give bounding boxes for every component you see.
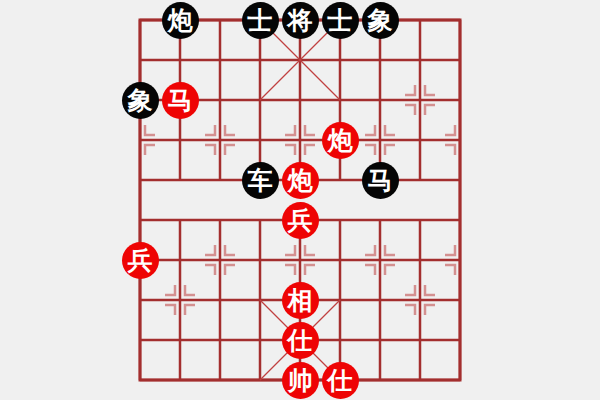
board-point-5-6[interactable] — [320, 240, 360, 280]
board-point-1-5[interactable] — [160, 200, 200, 240]
board-point-2-7[interactable] — [200, 280, 240, 320]
board-point-0-4[interactable] — [120, 160, 160, 200]
piece-black-cannon[interactable]: 炮 — [162, 2, 199, 39]
piece-black-general[interactable]: 将 — [282, 2, 319, 39]
board-point-6-3[interactable] — [360, 120, 400, 160]
board-point-4-9[interactable]: 帅 — [280, 360, 320, 400]
board-point-2-4[interactable] — [200, 160, 240, 200]
board-point-0-6[interactable]: 兵 — [120, 240, 160, 280]
board-point-4-8[interactable]: 仕 — [280, 320, 320, 360]
board-point-5-7[interactable] — [320, 280, 360, 320]
piece-red-advisor[interactable]: 仕 — [282, 322, 319, 359]
board-point-7-5[interactable] — [400, 200, 440, 240]
board-point-6-8[interactable] — [360, 320, 400, 360]
piece-black-horse[interactable]: 马 — [362, 162, 399, 199]
piece-red-elephant[interactable]: 相 — [282, 282, 319, 319]
board-point-7-4[interactable] — [400, 160, 440, 200]
board-point-2-3[interactable] — [200, 120, 240, 160]
piece-black-advisor[interactable]: 士 — [242, 2, 279, 39]
board-point-1-7[interactable] — [160, 280, 200, 320]
board-point-0-3[interactable] — [120, 120, 160, 160]
board-point-8-8[interactable] — [440, 320, 480, 360]
board-point-4-0[interactable]: 将 — [280, 0, 320, 40]
board-point-4-2[interactable] — [280, 80, 320, 120]
board-point-8-3[interactable] — [440, 120, 480, 160]
board-point-4-1[interactable] — [280, 40, 320, 80]
board-point-8-4[interactable] — [440, 160, 480, 200]
board-point-7-8[interactable] — [400, 320, 440, 360]
board-point-3-0[interactable]: 士 — [240, 0, 280, 40]
board-point-6-4[interactable]: 马 — [360, 160, 400, 200]
board-point-3-2[interactable] — [240, 80, 280, 120]
board-point-5-0[interactable]: 士 — [320, 0, 360, 40]
piece-black-chariot[interactable]: 车 — [242, 162, 279, 199]
piece-red-horse[interactable]: 马 — [162, 82, 199, 119]
board-point-7-7[interactable] — [400, 280, 440, 320]
piece-black-elephant[interactable]: 象 — [122, 82, 159, 119]
board-point-3-3[interactable] — [240, 120, 280, 160]
piece-red-general[interactable]: 帅 — [282, 362, 319, 399]
board-point-3-9[interactable] — [240, 360, 280, 400]
piece-black-advisor[interactable]: 士 — [322, 2, 359, 39]
board-point-8-9[interactable] — [440, 360, 480, 400]
board-point-0-9[interactable] — [120, 360, 160, 400]
piece-black-elephant[interactable]: 象 — [362, 2, 399, 39]
piece-red-cannon[interactable]: 炮 — [282, 162, 319, 199]
board-point-2-2[interactable] — [200, 80, 240, 120]
board-point-4-3[interactable] — [280, 120, 320, 160]
board-point-0-1[interactable] — [120, 40, 160, 80]
piece-red-cannon[interactable]: 炮 — [322, 122, 359, 159]
board-point-5-2[interactable] — [320, 80, 360, 120]
board-point-1-3[interactable] — [160, 120, 200, 160]
board-point-1-2[interactable]: 马 — [160, 80, 200, 120]
board-point-7-2[interactable] — [400, 80, 440, 120]
board-point-5-5[interactable] — [320, 200, 360, 240]
board-intersections: 炮士将士象象马炮车炮马兵兵相仕帅仕 — [120, 0, 480, 400]
piece-red-soldier[interactable]: 兵 — [282, 202, 319, 239]
board-point-7-1[interactable] — [400, 40, 440, 80]
board-point-1-0[interactable]: 炮 — [160, 0, 200, 40]
board-point-2-9[interactable] — [200, 360, 240, 400]
board-point-0-8[interactable] — [120, 320, 160, 360]
board-point-8-5[interactable] — [440, 200, 480, 240]
board-point-4-7[interactable]: 相 — [280, 280, 320, 320]
board-point-2-6[interactable] — [200, 240, 240, 280]
board-point-0-7[interactable] — [120, 280, 160, 320]
board-point-3-1[interactable] — [240, 40, 280, 80]
board-point-2-0[interactable] — [200, 0, 240, 40]
board-point-3-4[interactable]: 车 — [240, 160, 280, 200]
board-point-8-7[interactable] — [440, 280, 480, 320]
screenshot-root: 炮士将士象象马炮车炮马兵兵相仕帅仕 — [0, 0, 600, 400]
board-point-1-8[interactable] — [160, 320, 200, 360]
board-point-0-5[interactable] — [120, 200, 160, 240]
board-point-8-6[interactable] — [440, 240, 480, 280]
piece-red-advisor[interactable]: 仕 — [322, 362, 359, 399]
board-point-5-1[interactable] — [320, 40, 360, 80]
piece-red-soldier[interactable]: 兵 — [122, 242, 159, 279]
board-point-5-4[interactable] — [320, 160, 360, 200]
board-point-6-1[interactable] — [360, 40, 400, 80]
board-point-2-8[interactable] — [200, 320, 240, 360]
board-point-6-7[interactable] — [360, 280, 400, 320]
board-point-1-9[interactable] — [160, 360, 200, 400]
board-point-3-8[interactable] — [240, 320, 280, 360]
board-point-7-6[interactable] — [400, 240, 440, 280]
board-point-0-0[interactable] — [120, 0, 160, 40]
board-point-6-5[interactable] — [360, 200, 400, 240]
board-point-8-2[interactable] — [440, 80, 480, 120]
board-point-1-4[interactable] — [160, 160, 200, 200]
board-point-7-9[interactable] — [400, 360, 440, 400]
board-point-6-2[interactable] — [360, 80, 400, 120]
board-point-4-6[interactable] — [280, 240, 320, 280]
board-point-1-1[interactable] — [160, 40, 200, 80]
board-point-7-0[interactable] — [400, 0, 440, 40]
board-point-3-7[interactable] — [240, 280, 280, 320]
board-point-6-9[interactable] — [360, 360, 400, 400]
board-point-5-8[interactable] — [320, 320, 360, 360]
board-point-6-0[interactable]: 象 — [360, 0, 400, 40]
board-point-8-0[interactable] — [440, 0, 480, 40]
board-point-4-5[interactable]: 兵 — [280, 200, 320, 240]
board-point-3-5[interactable] — [240, 200, 280, 240]
board-point-2-1[interactable] — [200, 40, 240, 80]
board-point-0-2[interactable]: 象 — [120, 80, 160, 120]
board-point-6-6[interactable] — [360, 240, 400, 280]
board-point-8-1[interactable] — [440, 40, 480, 80]
board-point-5-9[interactable]: 仕 — [320, 360, 360, 400]
board-point-3-6[interactable] — [240, 240, 280, 280]
board-point-7-3[interactable] — [400, 120, 440, 160]
board-point-4-4[interactable]: 炮 — [280, 160, 320, 200]
board-point-5-3[interactable]: 炮 — [320, 120, 360, 160]
xiangqi-board: 炮士将士象象马炮车炮马兵兵相仕帅仕 — [0, 0, 600, 400]
board-point-2-5[interactable] — [200, 200, 240, 240]
board-point-1-6[interactable] — [160, 240, 200, 280]
